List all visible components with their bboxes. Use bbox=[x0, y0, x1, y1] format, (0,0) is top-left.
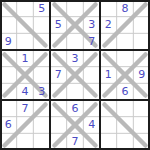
sudoku-board: 58532971371943676647 bbox=[0, 0, 150, 150]
cell-r1c1[interactable] bbox=[0, 0, 17, 17]
cell-r6c4[interactable] bbox=[50, 83, 67, 100]
cell-r4c1[interactable] bbox=[0, 50, 17, 67]
cell-r9c7[interactable] bbox=[100, 133, 117, 150]
cell-r2c5[interactable] bbox=[67, 17, 84, 34]
cell-r9c4[interactable] bbox=[50, 133, 67, 150]
cell-r1c8: 8 bbox=[117, 0, 134, 17]
cell-r5c7: 1 bbox=[100, 67, 117, 84]
cell-r3c2[interactable] bbox=[17, 33, 34, 50]
cell-r8c5[interactable] bbox=[67, 117, 84, 134]
cell-r4c6[interactable] bbox=[83, 50, 100, 67]
cell-r7c2: 7 bbox=[17, 100, 34, 117]
cell-r1c6[interactable] bbox=[83, 0, 100, 17]
cell-r9c3[interactable] bbox=[33, 133, 50, 150]
cell-r9c5: 7 bbox=[67, 133, 84, 150]
cell-r6c2: 4 bbox=[17, 83, 34, 100]
cell-r3c1: 9 bbox=[0, 33, 17, 50]
cell-r4c8[interactable] bbox=[117, 50, 134, 67]
cell-r6c3: 3 bbox=[33, 83, 50, 100]
cell-r1c9[interactable] bbox=[133, 0, 150, 17]
cell-r6c9[interactable] bbox=[133, 83, 150, 100]
cell-r9c1[interactable] bbox=[0, 133, 17, 150]
cell-r2c3[interactable] bbox=[33, 17, 50, 34]
cell-r4c9[interactable] bbox=[133, 50, 150, 67]
cell-r3c5[interactable] bbox=[67, 33, 84, 50]
cell-r7c4[interactable] bbox=[50, 100, 67, 117]
cell-r1c7[interactable] bbox=[100, 0, 117, 17]
cell-r4c5: 3 bbox=[67, 50, 84, 67]
cell-r6c7[interactable] bbox=[100, 83, 117, 100]
cell-r8c7[interactable] bbox=[100, 117, 117, 134]
cell-r5c5[interactable] bbox=[67, 67, 84, 84]
cell-r9c8[interactable] bbox=[117, 133, 134, 150]
sudoku-grid: 58532971371943676647 bbox=[0, 0, 150, 150]
cell-r7c5: 6 bbox=[67, 100, 84, 117]
cell-r4c3[interactable] bbox=[33, 50, 50, 67]
cell-r3c7[interactable] bbox=[100, 33, 117, 50]
cell-r8c2[interactable] bbox=[17, 117, 34, 134]
cell-r5c2[interactable] bbox=[17, 67, 34, 84]
cell-r6c6[interactable] bbox=[83, 83, 100, 100]
cell-r7c7[interactable] bbox=[100, 100, 117, 117]
cell-r2c2[interactable] bbox=[17, 17, 34, 34]
cell-r6c8: 6 bbox=[117, 83, 134, 100]
cell-r1c2[interactable] bbox=[17, 0, 34, 17]
cell-r5c9: 9 bbox=[133, 67, 150, 84]
cell-r7c1[interactable] bbox=[0, 100, 17, 117]
cell-r1c3: 5 bbox=[33, 0, 50, 17]
cell-r2c1[interactable] bbox=[0, 17, 17, 34]
cell-r9c6[interactable] bbox=[83, 133, 100, 150]
cell-r3c3[interactable] bbox=[33, 33, 50, 50]
cell-r5c3[interactable] bbox=[33, 67, 50, 84]
cell-r6c1[interactable] bbox=[0, 83, 17, 100]
cell-r2c6: 3 bbox=[83, 17, 100, 34]
cell-r2c7: 2 bbox=[100, 17, 117, 34]
cell-r4c2: 1 bbox=[17, 50, 34, 67]
cell-r2c4: 5 bbox=[50, 17, 67, 34]
cell-r3c9[interactable] bbox=[133, 33, 150, 50]
cell-r8c6: 4 bbox=[83, 117, 100, 134]
cell-r8c1: 6 bbox=[0, 117, 17, 134]
cell-r5c1[interactable] bbox=[0, 67, 17, 84]
cell-r5c6[interactable] bbox=[83, 67, 100, 84]
cell-r5c4: 7 bbox=[50, 67, 67, 84]
cell-r3c6: 7 bbox=[83, 33, 100, 50]
cell-r3c4[interactable] bbox=[50, 33, 67, 50]
cell-r1c4[interactable] bbox=[50, 0, 67, 17]
cell-r8c8[interactable] bbox=[117, 117, 134, 134]
cell-r2c8[interactable] bbox=[117, 17, 134, 34]
cell-r9c9[interactable] bbox=[133, 133, 150, 150]
cell-r8c3[interactable] bbox=[33, 117, 50, 134]
cell-r1c5[interactable] bbox=[67, 0, 84, 17]
cell-r8c9[interactable] bbox=[133, 117, 150, 134]
cell-r4c7[interactable] bbox=[100, 50, 117, 67]
cell-r3c8[interactable] bbox=[117, 33, 134, 50]
cell-r7c3[interactable] bbox=[33, 100, 50, 117]
cell-r8c4[interactable] bbox=[50, 117, 67, 134]
cell-r2c9[interactable] bbox=[133, 17, 150, 34]
cell-r9c2[interactable] bbox=[17, 133, 34, 150]
cell-r7c8[interactable] bbox=[117, 100, 134, 117]
cell-r7c9[interactable] bbox=[133, 100, 150, 117]
cell-r5c8[interactable] bbox=[117, 67, 134, 84]
cell-r4c4[interactable] bbox=[50, 50, 67, 67]
cell-r6c5[interactable] bbox=[67, 83, 84, 100]
cell-r7c6[interactable] bbox=[83, 100, 100, 117]
